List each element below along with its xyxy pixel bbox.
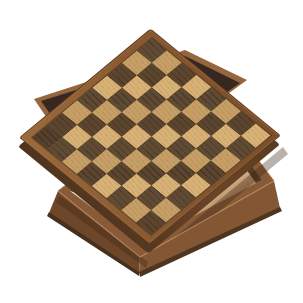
product-photo-scene (0, 0, 303, 303)
